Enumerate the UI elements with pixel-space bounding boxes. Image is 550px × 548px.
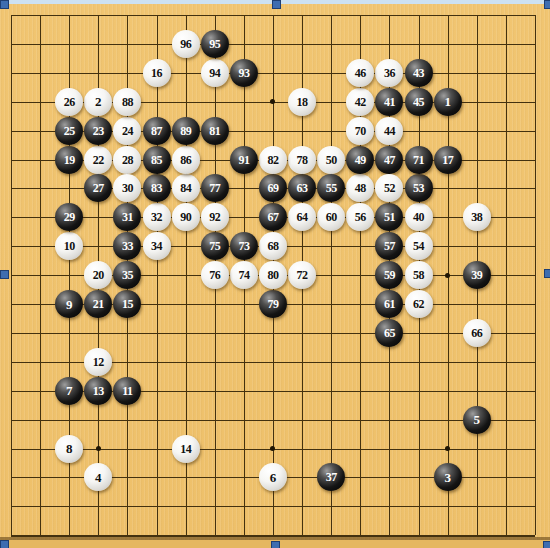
stone-white-58: 58 — [405, 261, 433, 289]
stone-white-14: 14 — [172, 435, 200, 463]
stone-black-7: 7 — [55, 377, 83, 405]
stone-white-74: 74 — [230, 261, 258, 289]
stone-black-23: 23 — [84, 117, 112, 145]
stone-white-12: 12 — [84, 348, 112, 376]
stone-black-49: 49 — [346, 146, 374, 174]
grid-line-horizontal — [11, 506, 535, 507]
stone-white-88: 88 — [113, 88, 141, 116]
stone-white-54: 54 — [405, 232, 433, 260]
stone-white-92: 92 — [201, 203, 229, 231]
stone-black-81: 81 — [201, 117, 229, 145]
grid-line-horizontal — [11, 333, 535, 334]
stone-black-47: 47 — [375, 146, 403, 174]
selection-handle-top-center[interactable] — [272, 0, 281, 9]
stone-white-44: 44 — [375, 117, 403, 145]
stone-black-13: 13 — [84, 377, 112, 405]
stone-white-96: 96 — [172, 30, 200, 58]
stone-white-62: 62 — [405, 290, 433, 318]
stone-black-85: 85 — [143, 146, 171, 174]
stone-white-16: 16 — [143, 59, 171, 87]
star-point — [96, 446, 101, 451]
stone-black-19: 19 — [55, 146, 83, 174]
stone-black-93: 93 — [230, 59, 258, 87]
stone-black-83: 83 — [143, 174, 171, 202]
stone-white-46: 46 — [346, 59, 374, 87]
stone-white-24: 24 — [113, 117, 141, 145]
grid-line-vertical — [506, 15, 507, 535]
stone-white-18: 18 — [288, 88, 316, 116]
stone-white-8: 8 — [55, 435, 83, 463]
stone-black-25: 25 — [55, 117, 83, 145]
grid-line-vertical — [535, 15, 536, 535]
grid-line-vertical — [331, 15, 332, 535]
stone-white-22: 22 — [84, 146, 112, 174]
selection-handle-top-right[interactable] — [544, 0, 550, 9]
stone-white-66: 66 — [463, 319, 491, 347]
grid-line-horizontal — [11, 420, 535, 421]
stone-white-32: 32 — [143, 203, 171, 231]
stone-black-71: 71 — [405, 146, 433, 174]
stone-white-50: 50 — [317, 146, 345, 174]
stone-black-87: 87 — [143, 117, 171, 145]
stone-black-91: 91 — [230, 146, 258, 174]
stone-white-86: 86 — [172, 146, 200, 174]
go-board-image[interactable]: 1234567891011121314151617181920212223242… — [0, 0, 550, 548]
stone-black-75: 75 — [201, 232, 229, 260]
stone-black-53: 53 — [405, 174, 433, 202]
stone-black-17: 17 — [434, 146, 462, 174]
selection-handle-bottom-right[interactable] — [543, 541, 550, 548]
selection-handle-middle-left[interactable] — [0, 270, 9, 279]
stone-white-80: 80 — [259, 261, 287, 289]
stone-white-40: 40 — [405, 203, 433, 231]
stone-black-43: 43 — [405, 59, 433, 87]
stone-black-41: 41 — [375, 88, 403, 116]
stone-white-70: 70 — [346, 117, 374, 145]
stone-white-78: 78 — [288, 146, 316, 174]
stone-white-2: 2 — [84, 88, 112, 116]
stone-white-82: 82 — [259, 146, 287, 174]
stone-white-28: 28 — [113, 146, 141, 174]
stone-black-79: 79 — [259, 290, 287, 318]
stone-black-1: 1 — [434, 88, 462, 116]
selection-handle-middle-right[interactable] — [544, 269, 550, 278]
stone-black-77: 77 — [201, 174, 229, 202]
stone-white-84: 84 — [172, 174, 200, 202]
stone-white-72: 72 — [288, 261, 316, 289]
stone-white-68: 68 — [259, 232, 287, 260]
selection-handle-bottom-center[interactable] — [271, 541, 280, 548]
stone-white-76: 76 — [201, 261, 229, 289]
stone-black-39: 39 — [463, 261, 491, 289]
stone-black-89: 89 — [172, 117, 200, 145]
stone-black-45: 45 — [405, 88, 433, 116]
stone-black-3: 3 — [434, 463, 462, 491]
stone-white-26: 26 — [55, 88, 83, 116]
stone-black-11: 11 — [113, 377, 141, 405]
stone-black-95: 95 — [201, 30, 229, 58]
stone-white-90: 90 — [172, 203, 200, 231]
stone-white-34: 34 — [143, 232, 171, 260]
star-point — [445, 273, 450, 278]
stone-white-38: 38 — [463, 203, 491, 231]
stone-white-94: 94 — [201, 59, 229, 87]
stone-black-5: 5 — [463, 406, 491, 434]
stone-white-42: 42 — [346, 88, 374, 116]
stone-black-73: 73 — [230, 232, 258, 260]
selection-handle-bottom-left[interactable] — [0, 540, 9, 548]
selection-handle-top-left[interactable] — [0, 0, 9, 9]
